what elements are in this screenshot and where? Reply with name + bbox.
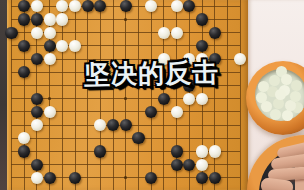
white-stone xyxy=(44,13,56,25)
black-stone xyxy=(82,0,94,12)
grid-line xyxy=(113,0,114,190)
white-stone xyxy=(171,106,183,118)
grid-line xyxy=(100,0,101,190)
black-stone xyxy=(158,93,170,105)
video-frame: 坚决的反击 xyxy=(0,0,304,190)
black-stone xyxy=(31,93,43,105)
white-stone xyxy=(171,27,183,39)
white-stone xyxy=(69,40,81,52)
black-stone xyxy=(18,40,30,52)
black-stone xyxy=(209,27,221,39)
black-stone xyxy=(171,145,183,157)
white-stone xyxy=(196,93,208,105)
go-board[interactable] xyxy=(7,0,248,190)
grid-line xyxy=(24,0,25,190)
black-stone xyxy=(120,119,132,131)
white-stone xyxy=(56,0,68,12)
black-stone xyxy=(69,172,81,184)
star-point xyxy=(48,97,51,100)
black-stone xyxy=(120,0,132,12)
black-stone xyxy=(94,0,106,12)
grid-line xyxy=(227,0,228,190)
white-stone xyxy=(196,159,208,171)
black-stone xyxy=(18,66,30,78)
white-stone xyxy=(94,119,106,131)
black-stone xyxy=(31,159,43,171)
black-stone xyxy=(18,0,30,12)
star-point xyxy=(124,176,127,179)
white-stone xyxy=(44,27,56,39)
grid-line xyxy=(11,138,240,139)
black-stone xyxy=(209,172,221,184)
black-stone xyxy=(107,119,119,131)
black-stone xyxy=(183,159,195,171)
white-stone xyxy=(145,0,157,12)
black-stone xyxy=(31,53,43,65)
grid-line xyxy=(125,0,126,190)
white-stone xyxy=(31,172,43,184)
white-stone xyxy=(171,0,183,12)
grid-line xyxy=(240,0,241,190)
white-stone xyxy=(31,0,43,12)
caption-text: 坚决的反击 xyxy=(84,57,244,90)
grid-line xyxy=(151,0,152,190)
black-stone xyxy=(94,145,106,157)
grid-line xyxy=(62,0,63,190)
black-stone xyxy=(145,172,157,184)
white-stone xyxy=(56,13,68,25)
grid-line xyxy=(87,0,88,190)
white-stone xyxy=(44,106,56,118)
black-stone xyxy=(196,172,208,184)
white-stone xyxy=(209,145,221,157)
white-stones-in-bowl xyxy=(275,89,286,100)
star-point xyxy=(124,97,127,100)
black-stone xyxy=(196,13,208,25)
black-stone xyxy=(31,13,43,25)
white-stone xyxy=(69,0,81,12)
white-stone xyxy=(44,53,56,65)
black-stone xyxy=(132,132,144,144)
white-stone xyxy=(31,119,43,131)
grid-line xyxy=(138,0,139,190)
black-stone xyxy=(196,40,208,52)
white-stone xyxy=(31,27,43,39)
white-stone xyxy=(158,27,170,39)
black-stone xyxy=(18,145,30,157)
black-stone xyxy=(18,13,30,25)
black-stone xyxy=(171,159,183,171)
black-stone xyxy=(5,27,17,39)
star-point xyxy=(124,18,127,21)
black-stone xyxy=(145,106,157,118)
black-stone xyxy=(31,106,43,118)
white-stone xyxy=(196,145,208,157)
grid-line xyxy=(75,0,76,190)
white-stone xyxy=(183,93,195,105)
white-stone xyxy=(18,132,30,144)
black-stone xyxy=(44,172,56,184)
white-stone xyxy=(56,40,68,52)
black-stone xyxy=(183,0,195,12)
black-stone xyxy=(44,40,56,52)
